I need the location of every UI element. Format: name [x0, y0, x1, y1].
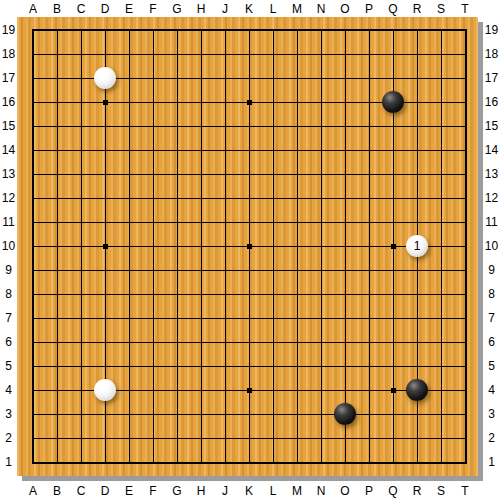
right-coord-11: 11 [483, 214, 500, 230]
top-coord-h: H [189, 1, 213, 17]
right-coord-8: 8 [483, 286, 500, 302]
left-coord-6: 6 [0, 334, 17, 350]
left-coord-17: 17 [0, 70, 17, 86]
right-coord-17: 17 [483, 70, 500, 86]
star-point-k16 [247, 100, 252, 105]
white-stone-r10[interactable]: 1 [406, 235, 428, 257]
right-coord-4: 4 [483, 382, 500, 398]
top-coord-n: N [309, 1, 333, 17]
top-coord-d: D [93, 1, 117, 17]
bottom-coord-n: N [309, 483, 333, 499]
white-stone-d4[interactable] [94, 379, 116, 401]
right-coord-9: 9 [483, 262, 500, 278]
bottom-coord-a: A [21, 483, 45, 499]
right-coord-19: 19 [483, 22, 500, 38]
go-board[interactable]: 1 [17, 17, 478, 476]
top-coord-q: Q [381, 1, 405, 17]
white-stone-d17[interactable] [94, 67, 116, 89]
right-coord-1: 1 [483, 454, 500, 470]
bottom-coord-e: E [117, 483, 141, 499]
move-number-label: 1 [414, 240, 421, 252]
left-coord-10: 10 [0, 238, 17, 254]
star-point-d10 [103, 244, 108, 249]
left-coord-18: 18 [0, 46, 17, 62]
right-coord-2: 2 [483, 430, 500, 446]
top-coord-s: S [429, 1, 453, 17]
right-coord-13: 13 [483, 166, 500, 182]
bottom-coord-g: G [165, 483, 189, 499]
top-coord-g: G [165, 1, 189, 17]
right-coord-5: 5 [483, 358, 500, 374]
left-coord-3: 3 [0, 406, 17, 422]
top-coord-m: M [285, 1, 309, 17]
top-coord-j: J [213, 1, 237, 17]
top-coord-c: C [69, 1, 93, 17]
left-coord-8: 8 [0, 286, 17, 302]
right-coord-16: 16 [483, 94, 500, 110]
left-coord-2: 2 [0, 430, 17, 446]
bottom-coord-c: C [69, 483, 93, 499]
bottom-coord-m: M [285, 483, 309, 499]
bottom-coord-s: S [429, 483, 453, 499]
right-coord-3: 3 [483, 406, 500, 422]
bottom-coord-q: Q [381, 483, 405, 499]
top-coord-k: K [237, 1, 261, 17]
bottom-coord-o: O [333, 483, 357, 499]
bottom-coord-t: T [453, 483, 477, 499]
left-coord-14: 14 [0, 142, 17, 158]
bottom-coord-l: L [261, 483, 285, 499]
right-coord-10: 10 [483, 238, 500, 254]
bottom-coord-j: J [213, 483, 237, 499]
star-point-k10 [247, 244, 252, 249]
star-point-q4 [391, 388, 396, 393]
star-point-q10 [391, 244, 396, 249]
right-coord-15: 15 [483, 118, 500, 134]
bottom-coord-h: H [189, 483, 213, 499]
top-coord-p: P [357, 1, 381, 17]
left-coord-15: 15 [0, 118, 17, 134]
bottom-coord-f: F [141, 483, 165, 499]
bottom-coord-k: K [237, 483, 261, 499]
top-coord-f: F [141, 1, 165, 17]
left-coord-7: 7 [0, 310, 17, 326]
right-coord-7: 7 [483, 310, 500, 326]
left-coord-1: 1 [0, 454, 17, 470]
go-app-stage: 1 AABBCCDDEEFFGGHHJJKKLLMMNNOOPPQQRRSSTT… [0, 0, 500, 500]
bottom-coord-p: P [357, 483, 381, 499]
black-stone-r4[interactable] [406, 379, 428, 401]
left-coord-16: 16 [0, 94, 17, 110]
black-stone-o3[interactable] [334, 403, 356, 425]
star-point-d16 [103, 100, 108, 105]
left-coord-5: 5 [0, 358, 17, 374]
top-coord-o: O [333, 1, 357, 17]
left-coord-11: 11 [0, 214, 17, 230]
star-point-k4 [247, 388, 252, 393]
top-coord-a: A [21, 1, 45, 17]
top-coord-b: B [45, 1, 69, 17]
right-coord-18: 18 [483, 46, 500, 62]
top-coord-r: R [405, 1, 429, 17]
left-coord-4: 4 [0, 382, 17, 398]
left-coord-19: 19 [0, 22, 17, 38]
left-coord-12: 12 [0, 190, 17, 206]
left-coord-9: 9 [0, 262, 17, 278]
bottom-coord-b: B [45, 483, 69, 499]
top-coord-t: T [453, 1, 477, 17]
bottom-coord-d: D [93, 483, 117, 499]
right-coord-14: 14 [483, 142, 500, 158]
right-coord-12: 12 [483, 190, 500, 206]
left-coord-13: 13 [0, 166, 17, 182]
bottom-coord-r: R [405, 483, 429, 499]
right-coord-6: 6 [483, 334, 500, 350]
black-stone-q16[interactable] [382, 91, 404, 113]
top-coord-e: E [117, 1, 141, 17]
top-coord-l: L [261, 1, 285, 17]
